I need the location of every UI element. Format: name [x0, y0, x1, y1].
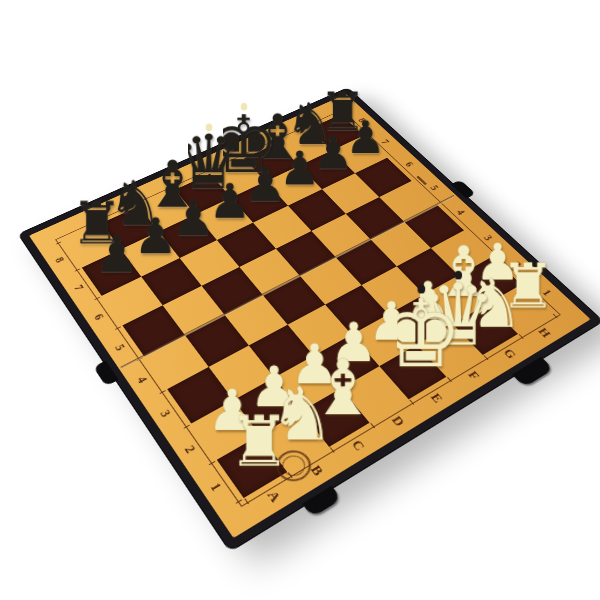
rook-glyph: ♜: [228, 406, 291, 476]
black-pawn-a7[interactable]: ♟: [95, 179, 139, 279]
contrast-finial: [240, 103, 246, 110]
fold-hinge-left: [93, 361, 118, 387]
contrast-finial: [417, 285, 425, 294]
contrast-finial: [454, 271, 461, 280]
king-glyph: ♚: [379, 287, 463, 381]
white-king-e1[interactable]: ♚: [397, 272, 445, 381]
white-rook-a1[interactable]: ♜: [234, 359, 285, 476]
pawn-glyph: ♟: [94, 230, 139, 280]
photo-stage: ABCDEFGH1122334455667788 ♜♞♝♛♚♝♞♜♟♟♟♟♟♟♟…: [0, 0, 600, 600]
chess-board: ABCDEFGH1122334455667788 ♜♞♝♛♚♝♞♜♟♟♟♟♟♟♟…: [19, 88, 600, 551]
